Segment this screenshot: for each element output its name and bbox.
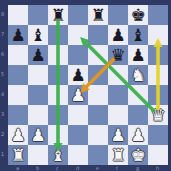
chess-board: 12345678abcdefgh ♜♝♜♚♟♟♟♟♛♟♞♟♟♛♟♟♝♟♝♜♜♚ [0, 0, 171, 171]
arrow-h3-h7 [153, 38, 162, 110]
move-arrows-overlay [0, 0, 171, 171]
arrow-c8-c1 [53, 20, 62, 152]
arrow-h3-d7 [80, 37, 154, 111]
arrow-f6-d4 [80, 59, 114, 93]
